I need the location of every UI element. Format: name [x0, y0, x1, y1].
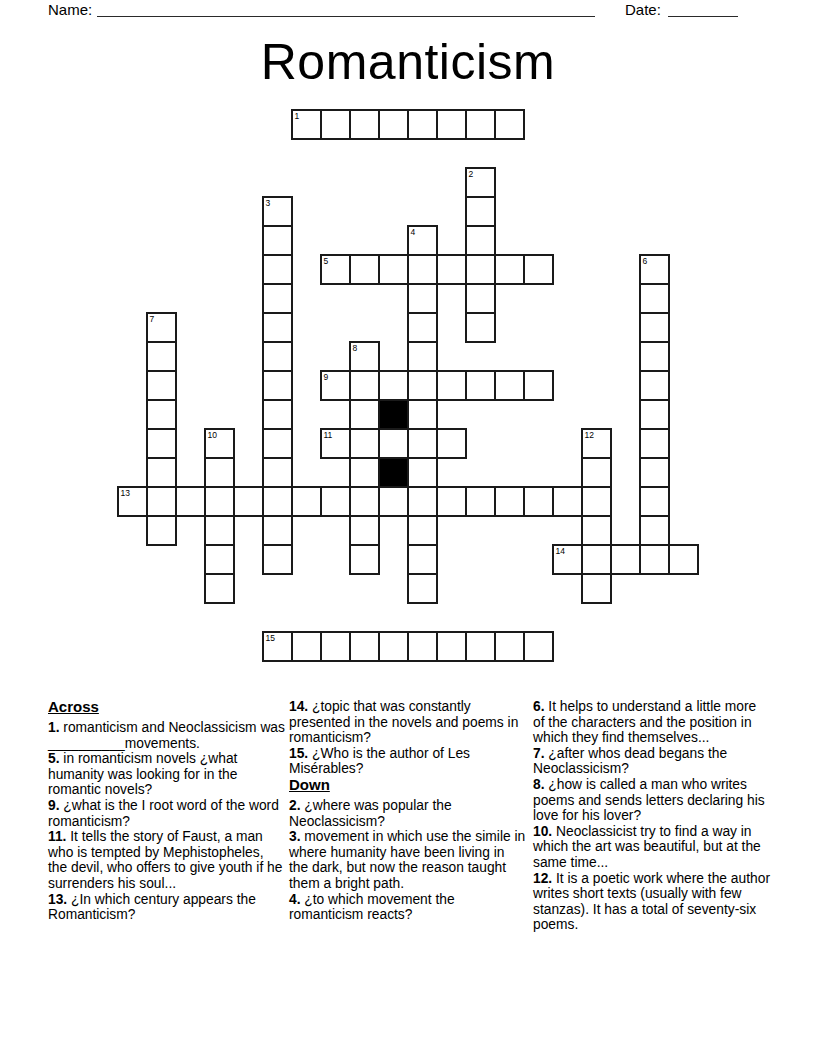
- clue-12: 12. It is a poetic work where the author…: [533, 871, 771, 933]
- crossword-cell[interactable]: [262, 428, 293, 459]
- crossword-cell[interactable]: [262, 254, 293, 285]
- name-label: Name:: [48, 1, 92, 18]
- crossword-cell[interactable]: [262, 225, 293, 256]
- crossword-cell[interactable]: [378, 428, 409, 459]
- clue-number: 13: [121, 488, 130, 498]
- crossword-cell[interactable]: 15: [262, 631, 293, 662]
- clue-4: 4. ¿to which movement the romanticism re…: [289, 892, 527, 923]
- crossword-cell[interactable]: [407, 254, 438, 285]
- crossword-cell[interactable]: [436, 370, 467, 401]
- crossword-cell[interactable]: [668, 544, 699, 575]
- crossword-cell[interactable]: [146, 341, 177, 372]
- crossword-cell[interactable]: [465, 312, 496, 343]
- crossword-cell[interactable]: [465, 109, 496, 140]
- crossword-cell[interactable]: 12: [581, 428, 612, 459]
- crossword-cell[interactable]: [378, 486, 409, 517]
- clue-number: 3: [266, 198, 271, 208]
- crossword-cell[interactable]: [494, 109, 525, 140]
- crossword-cell[interactable]: [639, 544, 670, 575]
- across-heading: Across: [48, 699, 286, 715]
- crossword-cell[interactable]: [204, 515, 235, 546]
- crossword-cell[interactable]: [494, 370, 525, 401]
- crossword-cell[interactable]: [407, 283, 438, 314]
- crossword-cell[interactable]: 1: [291, 109, 322, 140]
- crossword-cell[interactable]: [465, 254, 496, 285]
- puzzle-title: Romanticism: [0, 33, 816, 91]
- crossword-cell[interactable]: 6: [639, 254, 670, 285]
- crossword-cell[interactable]: [523, 486, 554, 517]
- crossword-cell[interactable]: [378, 370, 409, 401]
- crossword-cell[interactable]: 5: [320, 254, 351, 285]
- clue-14: 14. ¿topic that was constantly presented…: [289, 699, 527, 746]
- clue-number: 6: [643, 256, 648, 266]
- clue-7: 7. ¿after whos dead begans the Neoclassi…: [533, 746, 771, 777]
- crossword-cell[interactable]: 11: [320, 428, 351, 459]
- date-blank[interactable]: [668, 16, 738, 17]
- clue-2: 2. ¿where was popular the Neoclassicism?: [289, 798, 527, 829]
- crossword-cell[interactable]: [146, 486, 177, 517]
- name-blank[interactable]: [97, 16, 595, 17]
- crossword-cell[interactable]: [407, 399, 438, 430]
- crossword-cell[interactable]: [349, 515, 380, 546]
- crossword-cell[interactable]: [639, 341, 670, 372]
- crossword-cell[interactable]: [204, 457, 235, 488]
- blocked-cell: [378, 457, 409, 488]
- clue-3: 3. movement in which use the simile in w…: [289, 829, 527, 891]
- crossword-cell[interactable]: [262, 312, 293, 343]
- crossword-cell[interactable]: [407, 370, 438, 401]
- crossword-cell[interactable]: [146, 457, 177, 488]
- crossword-cell[interactable]: [378, 631, 409, 662]
- crossword-cell[interactable]: [639, 312, 670, 343]
- crossword-cell[interactable]: [262, 544, 293, 575]
- crossword-cell[interactable]: [262, 341, 293, 372]
- crossword-grid: 123456789101112131415: [117, 109, 699, 662]
- crossword-cell[interactable]: [349, 428, 380, 459]
- clue-9: 9. ¿what is the I root word of the word …: [48, 798, 286, 829]
- clue-number: 5: [324, 256, 329, 266]
- crossword-cell[interactable]: [262, 515, 293, 546]
- crossword-cell[interactable]: [407, 428, 438, 459]
- clue-8: 8. ¿how is called a man who writes poems…: [533, 777, 771, 824]
- crossword-cell[interactable]: [407, 457, 438, 488]
- crossword-cell[interactable]: [523, 254, 554, 285]
- crossword-cell[interactable]: [175, 486, 206, 517]
- crossword-cell[interactable]: [320, 631, 351, 662]
- crossword-cell[interactable]: [349, 544, 380, 575]
- clue-number: 1: [295, 111, 300, 121]
- crossword-cell[interactable]: [639, 457, 670, 488]
- crossword-cell[interactable]: [465, 283, 496, 314]
- crossword-cell[interactable]: [465, 225, 496, 256]
- crossword-cell[interactable]: [494, 631, 525, 662]
- crossword-cell[interactable]: 7: [146, 312, 177, 343]
- crossword-cell[interactable]: [349, 631, 380, 662]
- crossword-cell[interactable]: 8: [349, 341, 380, 372]
- crossword-cell[interactable]: [349, 370, 380, 401]
- crossword-cell[interactable]: 3: [262, 196, 293, 227]
- crossword-cell[interactable]: 10: [204, 428, 235, 459]
- crossword-cell[interactable]: [523, 631, 554, 662]
- clue-number: 9: [324, 372, 329, 382]
- crossword-cell[interactable]: [639, 370, 670, 401]
- crossword-cell[interactable]: [639, 428, 670, 459]
- crossword-cell[interactable]: [204, 486, 235, 517]
- crossword-cell[interactable]: [262, 370, 293, 401]
- crossword-cell[interactable]: [639, 515, 670, 546]
- crossword-cell[interactable]: [407, 486, 438, 517]
- clue-1: 1. romanticism and Neoclassicism was ___…: [48, 720, 286, 751]
- crossword-cell[interactable]: 4: [407, 225, 438, 256]
- date-label: Date:: [625, 1, 661, 18]
- clue-11: 11. It tells the story of Faust, a man w…: [48, 829, 286, 891]
- worksheet-page: Name: Date: Romanticism 1234567891011121…: [0, 0, 816, 1056]
- crossword-cell[interactable]: [436, 428, 467, 459]
- blocked-cell: [378, 399, 409, 430]
- clue-number: 15: [266, 633, 275, 643]
- crossword-cell[interactable]: 13: [117, 486, 148, 517]
- crossword-cell[interactable]: [581, 457, 612, 488]
- crossword-cell[interactable]: 2: [465, 167, 496, 198]
- clue-13: 13. ¿In which century appears the Romant…: [48, 892, 286, 923]
- crossword-cell[interactable]: [349, 399, 380, 430]
- crossword-cell[interactable]: [407, 515, 438, 546]
- clue-number: 2: [469, 169, 474, 179]
- clue-6: 6. It helps to understand a little more …: [533, 699, 771, 746]
- crossword-cell[interactable]: [146, 370, 177, 401]
- crossword-cell[interactable]: [378, 254, 409, 285]
- crossword-cell[interactable]: [465, 486, 496, 517]
- crossword-cell[interactable]: [407, 341, 438, 372]
- crossword-cell[interactable]: [465, 196, 496, 227]
- crossword-cell[interactable]: [494, 254, 525, 285]
- crossword-cell[interactable]: [436, 486, 467, 517]
- crossword-cell[interactable]: [262, 283, 293, 314]
- crossword-cell[interactable]: [407, 544, 438, 575]
- crossword-cell[interactable]: 14: [552, 544, 583, 575]
- crossword-cell[interactable]: [349, 254, 380, 285]
- crossword-cell[interactable]: [349, 486, 380, 517]
- crossword-cell[interactable]: [146, 515, 177, 546]
- crossword-cell[interactable]: [262, 399, 293, 430]
- crossword-cell[interactable]: [262, 486, 293, 517]
- clue-5: 5. in romanticism novels ¿what humanity …: [48, 751, 286, 798]
- crossword-cell[interactable]: [581, 544, 612, 575]
- crossword-cell[interactable]: [320, 109, 351, 140]
- clue-number: 7: [150, 314, 155, 324]
- crossword-cell[interactable]: [204, 544, 235, 575]
- crossword-cell[interactable]: [320, 486, 351, 517]
- crossword-cell[interactable]: [291, 486, 322, 517]
- clue-number: 12: [585, 430, 594, 440]
- clue-number: 8: [353, 343, 358, 353]
- down-heading: Down: [289, 777, 527, 793]
- crossword-cell[interactable]: [146, 428, 177, 459]
- crossword-cell[interactable]: [465, 631, 496, 662]
- crossword-cell[interactable]: [407, 573, 438, 604]
- crossword-cell[interactable]: [523, 370, 554, 401]
- clue-column-1: Across1. romanticism and Neoclassicism w…: [48, 699, 286, 923]
- crossword-cell[interactable]: [639, 399, 670, 430]
- clue-column-3: 6. It helps to understand a little more …: [533, 699, 771, 933]
- crossword-cell[interactable]: [581, 515, 612, 546]
- crossword-cell[interactable]: [581, 486, 612, 517]
- crossword-cell[interactable]: [146, 399, 177, 430]
- crossword-cell[interactable]: [349, 109, 380, 140]
- crossword-cell[interactable]: [436, 109, 467, 140]
- crossword-cell[interactable]: [610, 544, 641, 575]
- crossword-cell[interactable]: [581, 573, 612, 604]
- crossword-cell[interactable]: [494, 486, 525, 517]
- crossword-cell[interactable]: [436, 631, 467, 662]
- clue-column-2: 14. ¿topic that was constantly presented…: [289, 699, 527, 923]
- clue-15: 15. ¿Who is the author of Les Misérables…: [289, 746, 527, 777]
- crossword-cell[interactable]: [436, 254, 467, 285]
- crossword-cell[interactable]: [639, 486, 670, 517]
- clue-number: 14: [556, 546, 565, 556]
- crossword-cell[interactable]: [262, 457, 293, 488]
- crossword-cell[interactable]: [204, 573, 235, 604]
- crossword-cell[interactable]: [465, 370, 496, 401]
- crossword-cell[interactable]: [233, 486, 264, 517]
- clue-number: 11: [324, 430, 333, 440]
- crossword-cell[interactable]: [552, 486, 583, 517]
- crossword-cell[interactable]: [639, 283, 670, 314]
- crossword-cell[interactable]: [407, 109, 438, 140]
- crossword-cell[interactable]: [407, 631, 438, 662]
- crossword-cell[interactable]: [291, 631, 322, 662]
- crossword-cell[interactable]: [349, 457, 380, 488]
- crossword-cell[interactable]: [378, 109, 409, 140]
- crossword-cell[interactable]: 9: [320, 370, 351, 401]
- clue-number: 4: [411, 227, 416, 237]
- crossword-cell[interactable]: [407, 312, 438, 343]
- clue-10: 10. Neoclassicist try to find a way in w…: [533, 824, 771, 871]
- clue-number: 10: [208, 430, 217, 440]
